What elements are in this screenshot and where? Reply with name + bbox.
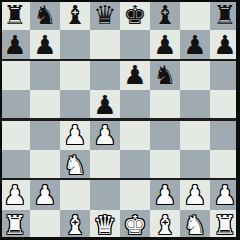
piece-white-pawn[interactable]: ♟ [3,180,26,210]
square-d7[interactable] [90,30,120,60]
square-e4[interactable] [120,120,150,150]
square-b5[interactable] [30,90,60,120]
piece-black-bishop[interactable]: ♝ [153,0,176,30]
square-d4[interactable]: ♟ [90,120,120,150]
piece-white-pawn[interactable]: ♟ [63,120,86,150]
piece-black-rook[interactable]: ♜ [3,0,26,30]
square-b2[interactable]: ♟ [30,180,60,210]
piece-white-pawn[interactable]: ♟ [153,180,176,210]
square-h3[interactable] [210,150,240,180]
square-g4[interactable] [180,120,210,150]
square-h2[interactable]: ♟ [210,180,240,210]
square-h4[interactable] [210,120,240,150]
square-d8[interactable]: ♛ [90,0,120,30]
piece-black-pawn[interactable]: ♟ [153,30,176,60]
square-c1[interactable]: ♝ [60,210,90,240]
square-a7[interactable]: ♟ [0,30,30,60]
square-f3[interactable] [150,150,180,180]
piece-white-queen[interactable]: ♛ [93,210,116,240]
square-g3[interactable] [180,150,210,180]
square-a2[interactable]: ♟ [0,180,30,210]
square-d1[interactable]: ♛ [90,210,120,240]
piece-white-knight[interactable]: ♞ [183,210,206,240]
square-c2[interactable] [60,180,90,210]
piece-black-king[interactable]: ♚ [123,0,146,30]
square-h6[interactable] [210,60,240,90]
square-b3[interactable] [30,150,60,180]
square-a5[interactable] [0,90,30,120]
square-a8[interactable]: ♜ [0,0,30,30]
piece-white-pawn[interactable]: ♟ [93,120,116,150]
square-h5[interactable] [210,90,240,120]
piece-white-rook[interactable]: ♜ [3,210,26,240]
piece-white-bishop[interactable]: ♝ [63,210,86,240]
square-c8[interactable]: ♝ [60,0,90,30]
square-c3[interactable]: ♞ [60,150,90,180]
square-g7[interactable]: ♟ [180,30,210,60]
square-g5[interactable] [180,90,210,120]
chess-board-wrap: ♜♞♝♛♚♝♜♟♟♟♟♟♟♞♟♟♟♞♟♟♟♟♟♜♝♛♚♝♞♜ [0,0,240,240]
square-e3[interactable] [120,150,150,180]
square-f7[interactable]: ♟ [150,30,180,60]
piece-black-rook[interactable]: ♜ [213,0,236,30]
square-a6[interactable] [0,60,30,90]
piece-white-pawn[interactable]: ♟ [33,180,56,210]
square-a3[interactable] [0,150,30,180]
piece-black-knight[interactable]: ♞ [153,60,176,90]
square-e6[interactable]: ♟ [120,60,150,90]
square-g2[interactable]: ♟ [180,180,210,210]
square-d6[interactable] [90,60,120,90]
piece-black-pawn[interactable]: ♟ [213,30,236,60]
square-g6[interactable] [180,60,210,90]
square-h7[interactable]: ♟ [210,30,240,60]
piece-black-pawn[interactable]: ♟ [183,30,206,60]
piece-black-pawn[interactable]: ♟ [33,30,56,60]
piece-white-pawn[interactable]: ♟ [183,180,206,210]
piece-black-pawn[interactable]: ♟ [93,90,116,120]
square-c7[interactable] [60,30,90,60]
square-d3[interactable] [90,150,120,180]
square-h8[interactable]: ♜ [210,0,240,30]
piece-white-knight[interactable]: ♞ [63,150,86,180]
square-f4[interactable] [150,120,180,150]
piece-white-bishop[interactable]: ♝ [153,210,176,240]
square-b6[interactable] [30,60,60,90]
square-e1[interactable]: ♚ [120,210,150,240]
square-b1[interactable] [30,210,60,240]
square-f1[interactable]: ♝ [150,210,180,240]
square-f2[interactable]: ♟ [150,180,180,210]
chess-board: ♜♞♝♛♚♝♜♟♟♟♟♟♟♞♟♟♟♞♟♟♟♟♟♜♝♛♚♝♞♜ [0,0,240,240]
piece-black-queen[interactable]: ♛ [93,0,116,30]
piece-black-knight[interactable]: ♞ [33,0,56,30]
square-g1[interactable]: ♞ [180,210,210,240]
square-f5[interactable] [150,90,180,120]
piece-white-rook[interactable]: ♜ [213,210,236,240]
square-f6[interactable]: ♞ [150,60,180,90]
square-e8[interactable]: ♚ [120,0,150,30]
piece-white-king[interactable]: ♚ [123,210,146,240]
square-b7[interactable]: ♟ [30,30,60,60]
square-c5[interactable] [60,90,90,120]
square-e2[interactable] [120,180,150,210]
square-e5[interactable] [120,90,150,120]
square-g8[interactable] [180,0,210,30]
piece-black-bishop[interactable]: ♝ [63,0,86,30]
square-f8[interactable]: ♝ [150,0,180,30]
square-a1[interactable]: ♜ [0,210,30,240]
square-a4[interactable] [0,120,30,150]
square-b4[interactable] [30,120,60,150]
square-e7[interactable] [120,30,150,60]
piece-black-pawn[interactable]: ♟ [3,30,26,60]
square-h1[interactable]: ♜ [210,210,240,240]
piece-black-pawn[interactable]: ♟ [123,60,146,90]
piece-white-pawn[interactable]: ♟ [213,180,236,210]
square-d5[interactable]: ♟ [90,90,120,120]
square-c4[interactable]: ♟ [60,120,90,150]
square-c6[interactable] [60,60,90,90]
square-d2[interactable] [90,180,120,210]
square-b8[interactable]: ♞ [30,0,60,30]
